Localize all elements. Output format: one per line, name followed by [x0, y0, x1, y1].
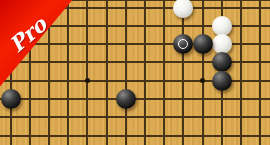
go-app-screenshot: Pro	[0, 0, 270, 145]
white-stone	[212, 16, 232, 36]
star-point	[85, 78, 90, 83]
grid-vline	[182, 0, 184, 145]
grid-hline	[0, 116, 270, 118]
grid-vline	[163, 0, 165, 145]
white-stone	[212, 34, 232, 54]
last-move-circle-marker	[178, 39, 188, 49]
grid-vline	[67, 0, 69, 145]
grid-vline	[125, 0, 127, 145]
grid-vline	[259, 0, 261, 145]
black-stone	[116, 89, 136, 109]
grid-vline	[106, 0, 108, 145]
black-stone	[193, 34, 213, 54]
black-stone	[212, 52, 232, 72]
white-stone	[173, 0, 193, 18]
black-stone	[212, 71, 232, 91]
grid-vline	[86, 0, 88, 145]
grid-hline	[0, 135, 270, 137]
star-point	[200, 78, 205, 83]
grid-vline	[202, 0, 204, 145]
grid-vline	[240, 0, 242, 145]
marked-black-stone	[173, 34, 193, 54]
black-stone	[1, 89, 21, 109]
grid-vline	[144, 0, 146, 145]
